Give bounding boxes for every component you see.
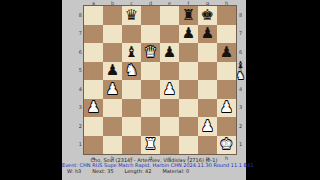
square-f8: ♜ [179, 6, 198, 25]
rank-label-6: 6 [77, 50, 82, 55]
white-pawn-h3: ♟ [220, 100, 233, 115]
white-pawn-b4: ♟ [106, 82, 119, 97]
square-c4 [122, 80, 141, 99]
rank-label-7: 7 [239, 31, 244, 36]
square-a6 [84, 43, 103, 62]
square-d7 [141, 25, 160, 44]
black-pawn-h6: ♟ [220, 45, 233, 60]
black-pawn-g7: ♟ [201, 26, 214, 41]
video-frame: abcdefgh 87654321 87654321 ♛♜♚♟♟♝♛♟♟♟♞♟♟… [0, 0, 320, 180]
square-a7 [84, 25, 103, 44]
square-f7: ♟ [179, 25, 198, 44]
square-c6: ♝ [122, 43, 141, 62]
square-g2: ♟ [198, 117, 217, 136]
rank-label-8: 8 [77, 13, 82, 18]
square-g5 [198, 62, 217, 81]
square-h4 [217, 80, 236, 99]
square-g4 [198, 80, 217, 99]
square-e6: ♟ [160, 43, 179, 62]
square-g6 [198, 43, 217, 62]
black-rook-f8: ♜ [182, 8, 195, 23]
square-c3 [122, 99, 141, 118]
square-a2 [84, 117, 103, 136]
square-g7: ♟ [198, 25, 217, 44]
square-f6 [179, 43, 198, 62]
rank-labels-left: 87654321 [77, 6, 82, 154]
square-h5 [217, 62, 236, 81]
stat-token: Material: 0 [162, 169, 189, 174]
white-pawn-e4: ♟ [163, 82, 176, 97]
square-b8 [103, 6, 122, 25]
square-a4 [84, 80, 103, 99]
square-h7 [217, 25, 236, 44]
square-c7 [122, 25, 141, 44]
square-g8: ♚ [198, 6, 217, 25]
rank-label-3: 3 [239, 105, 244, 110]
square-c2 [122, 117, 141, 136]
square-d5 [141, 62, 160, 81]
black-pawn-e6: ♟ [163, 45, 176, 60]
square-e1 [160, 136, 179, 155]
rank-label-4: 4 [77, 87, 82, 92]
rank-label-1: 1 [239, 142, 244, 147]
rank-label-5: 5 [77, 68, 82, 73]
square-f3 [179, 99, 198, 118]
square-h3: ♟ [217, 99, 236, 118]
stats-line: W: h3Next: 35Length: 42Material: 0 [62, 169, 246, 174]
square-f2 [179, 117, 198, 136]
square-a8 [84, 6, 103, 25]
square-a5 [84, 62, 103, 81]
black-pawn-f7: ♟ [182, 26, 195, 41]
rank-label-2: 2 [239, 124, 244, 129]
rank-label-2: 2 [77, 124, 82, 129]
black-pawn-b5: ♟ [106, 63, 119, 78]
square-d4 [141, 80, 160, 99]
white-knight-c5: ♞ [125, 63, 138, 78]
square-d3 [141, 99, 160, 118]
square-h2 [217, 117, 236, 136]
black-king-g8: ♚ [201, 8, 214, 23]
square-f1 [179, 136, 198, 155]
square-c8: ♛ [122, 6, 141, 25]
stat-token: W: h3 [67, 169, 81, 174]
square-d6: ♛ [141, 43, 160, 62]
square-h8 [217, 6, 236, 25]
rank-label-7: 7 [77, 31, 82, 36]
square-e2 [160, 117, 179, 136]
black-queen-c8: ♛ [125, 8, 138, 23]
board: ♛♜♚♟♟♝♛♟♟♟♞♟♟♟♟♟♜♚ [84, 6, 236, 154]
square-e8 [160, 6, 179, 25]
square-e7 [160, 25, 179, 44]
square-f4 [179, 80, 198, 99]
stat-token: Length: 42 [125, 169, 152, 174]
square-b7 [103, 25, 122, 44]
square-b5: ♟ [103, 62, 122, 81]
white-pawn-g2: ♟ [201, 119, 214, 134]
square-b3 [103, 99, 122, 118]
square-d8 [141, 6, 160, 25]
square-c5: ♞ [122, 62, 141, 81]
diagram-panel: abcdefgh 87654321 87654321 ♛♜♚♟♟♝♛♟♟♟♞♟♟… [62, 0, 246, 180]
white-knight-tray-icon: ♞ [236, 71, 245, 81]
white-pawn-a3: ♟ [87, 100, 100, 115]
square-h6: ♟ [217, 43, 236, 62]
rank-label-8: 8 [239, 13, 244, 18]
rank-label-4: 4 [239, 87, 244, 92]
rank-label-1: 1 [77, 142, 82, 147]
white-rook-d1: ♜ [144, 137, 157, 152]
square-a1 [84, 136, 103, 155]
square-g1 [198, 136, 217, 155]
white-queen-d6: ♛ [144, 45, 157, 60]
black-bishop-c6: ♝ [125, 45, 138, 60]
square-f5 [179, 62, 198, 81]
square-b2 [103, 117, 122, 136]
square-b6 [103, 43, 122, 62]
square-g3 [198, 99, 217, 118]
square-e4: ♟ [160, 80, 179, 99]
square-d1: ♜ [141, 136, 160, 155]
square-a3: ♟ [84, 99, 103, 118]
stat-token: Next: 35 [92, 169, 113, 174]
square-d2 [141, 117, 160, 136]
square-c1 [122, 136, 141, 155]
white-king-h1: ♚ [220, 137, 233, 152]
square-b4: ♟ [103, 80, 122, 99]
square-h1: ♚ [217, 136, 236, 155]
event-line: Event: CHN RUS Supe Match Rapid, Harbin … [62, 163, 246, 168]
material-tray: ♝ ♞ [235, 60, 246, 81]
rank-label-6: 6 [239, 50, 244, 55]
black-bishop-tray-icon: ♝ [236, 60, 245, 70]
rank-label-3: 3 [77, 105, 82, 110]
square-b1 [103, 136, 122, 155]
square-e3 [160, 99, 179, 118]
square-e5 [160, 62, 179, 81]
